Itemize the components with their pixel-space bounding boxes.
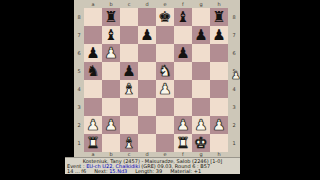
white-pawn-h2: ♟	[212, 116, 225, 134]
square-b8: ♜	[102, 8, 120, 26]
square-c2	[120, 116, 138, 134]
square-e8: ♚	[156, 8, 174, 26]
square-e2	[156, 116, 174, 134]
square-c7	[120, 26, 138, 44]
next-label: Next:	[94, 168, 109, 174]
last-move: 14 ... f6	[67, 168, 86, 174]
square-f7	[174, 26, 192, 44]
black-pawn-g7: ♟	[194, 26, 207, 44]
next-move-link[interactable]: 15.Nd3	[109, 168, 127, 174]
square-d8	[138, 8, 156, 26]
file-label-e: e	[156, 1, 174, 8]
square-d5	[138, 62, 156, 80]
square-f2: ♟	[174, 116, 192, 134]
square-g3	[192, 98, 210, 116]
rank-label-7: 7	[228, 26, 240, 44]
square-h3	[210, 98, 228, 116]
square-g6	[192, 44, 210, 62]
game-info-panel: Kosteniuk, Tany (2457) - Maisuradze, Sal…	[65, 157, 240, 174]
video-frame: abcdefgh 87654321 ♜♚♝♜♝♟♟♟♟♟♟♞♟♞♝♟♟♟♟♟♟♜…	[0, 0, 320, 180]
square-a6: ♟	[84, 44, 102, 62]
square-h2: ♟	[210, 116, 228, 134]
file-label-d: d	[138, 1, 156, 8]
square-g1: ♚	[192, 134, 210, 152]
white-bishop-c1: ♝	[122, 134, 135, 152]
black-pawn-d7: ♟	[140, 26, 153, 44]
square-b2: ♟	[102, 116, 120, 134]
rank-label-4: 4	[74, 80, 84, 98]
square-h6	[210, 44, 228, 62]
length-label: Length:	[135, 168, 156, 174]
white-pawn-b2: ♟	[104, 116, 117, 134]
square-a8	[84, 8, 102, 26]
square-f1: ♜	[174, 134, 192, 152]
rank-label-3: 3	[228, 98, 240, 116]
black-bishop-b7: ♝	[104, 26, 117, 44]
square-e4: ♟	[156, 80, 174, 98]
white-pawn-e4: ♟	[158, 80, 171, 98]
square-g4	[192, 80, 210, 98]
square-e5: ♞	[156, 62, 174, 80]
black-rook-h8: ♜	[212, 8, 225, 26]
white-rook-a1: ♜	[86, 134, 99, 152]
white-pawn-a2: ♟	[86, 116, 99, 134]
white-rook-f1: ♜	[176, 134, 189, 152]
rank-label-7: 7	[74, 26, 84, 44]
rank-label-3: 3	[74, 98, 84, 116]
black-pawn-f6: ♟	[176, 44, 189, 62]
file-label-g: g	[192, 1, 210, 8]
square-b3	[102, 98, 120, 116]
material-advantage-pawn-icon: ♟	[231, 69, 241, 82]
black-king-e8: ♚	[158, 8, 171, 26]
black-bishop-f8: ♝	[176, 8, 189, 26]
square-e7	[156, 26, 174, 44]
square-b4	[102, 80, 120, 98]
file-label-a: a	[84, 1, 102, 8]
square-a5: ♞	[84, 62, 102, 80]
square-f3	[174, 98, 192, 116]
file-label-h: h	[210, 1, 228, 8]
square-d3	[138, 98, 156, 116]
file-label-b: b	[102, 1, 120, 8]
square-f8: ♝	[174, 8, 192, 26]
rank-label-8: 8	[74, 8, 84, 26]
square-e1	[156, 134, 174, 152]
chess-board-panel: abcdefgh 87654321 ♜♚♝♜♝♟♟♟♟♟♟♞♟♞♝♟♟♟♟♟♟♜…	[74, 0, 240, 157]
rank-label-2: 2	[228, 116, 240, 134]
square-a3	[84, 98, 102, 116]
square-b1	[102, 134, 120, 152]
white-knight-e5: ♞	[158, 62, 171, 80]
square-c3	[120, 98, 138, 116]
rank-label-6: 6	[74, 44, 84, 62]
square-e3	[156, 98, 174, 116]
rank-label-1: 1	[228, 134, 240, 152]
black-pawn-a6: ♟	[86, 44, 99, 62]
white-king-g1: ♚	[194, 134, 207, 152]
square-g5	[192, 62, 210, 80]
rank-label-6: 6	[228, 44, 240, 62]
square-h1	[210, 134, 228, 152]
square-b5	[102, 62, 120, 80]
length-value: 39	[156, 168, 162, 174]
square-c6	[120, 44, 138, 62]
square-d7: ♟	[138, 26, 156, 44]
square-f4	[174, 80, 192, 98]
square-g7: ♟	[192, 26, 210, 44]
square-h5	[210, 62, 228, 80]
file-label-f: f	[174, 1, 192, 8]
file-label-c: c	[120, 1, 138, 8]
black-rook-b8: ♜	[104, 8, 117, 26]
square-d6	[138, 44, 156, 62]
square-g2: ♟	[192, 116, 210, 134]
file-labels-top: abcdefgh	[84, 1, 228, 8]
chess-board: ♜♚♝♜♝♟♟♟♟♟♟♞♟♞♝♟♟♟♟♟♟♜♝♜♚	[84, 8, 228, 152]
black-knight-a5: ♞	[86, 62, 99, 80]
rank-label-5: 5	[74, 62, 84, 80]
square-d1	[138, 134, 156, 152]
white-pawn-g2: ♟	[194, 116, 207, 134]
black-pawn-h7: ♟	[212, 26, 225, 44]
white-pawn-b6: ♟	[104, 44, 117, 62]
square-a4	[84, 80, 102, 98]
rank-label-8: 8	[228, 8, 240, 26]
square-d4	[138, 80, 156, 98]
square-c5: ♟	[120, 62, 138, 80]
square-a2: ♟	[84, 116, 102, 134]
square-f6: ♟	[174, 44, 192, 62]
material-value: +1	[194, 168, 201, 174]
square-c8	[120, 8, 138, 26]
square-h4	[210, 80, 228, 98]
square-a1: ♜	[84, 134, 102, 152]
material-label: Material:	[170, 168, 194, 174]
rank-label-4: 4	[228, 80, 240, 98]
square-f5	[174, 62, 192, 80]
square-h8: ♜	[210, 8, 228, 26]
black-pawn-c5: ♟	[122, 62, 135, 80]
rank-label-2: 2	[74, 116, 84, 134]
square-a7	[84, 26, 102, 44]
square-h7: ♟	[210, 26, 228, 44]
move-status-line: 14 ... f6Next: 15.Nd3Length: 39Material:…	[65, 168, 242, 174]
square-b6: ♟	[102, 44, 120, 62]
rank-label-1: 1	[74, 134, 84, 152]
white-bishop-c4: ♝	[122, 80, 135, 98]
rank-labels-left: 87654321	[74, 8, 84, 152]
square-g8	[192, 8, 210, 26]
square-c4: ♝	[120, 80, 138, 98]
square-c1: ♝	[120, 134, 138, 152]
square-e6	[156, 44, 174, 62]
square-b7: ♝	[102, 26, 120, 44]
square-d2	[138, 116, 156, 134]
white-pawn-f2: ♟	[176, 116, 189, 134]
